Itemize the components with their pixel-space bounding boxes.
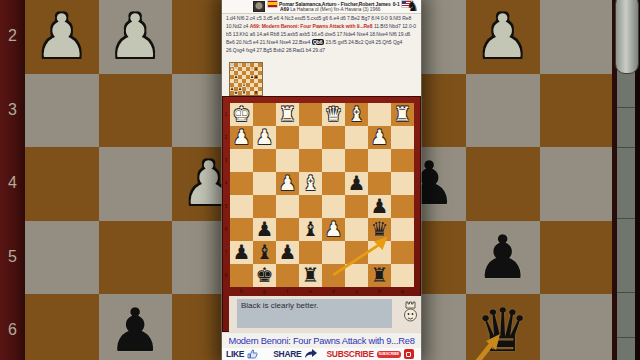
notation-pane[interactable]: 1.d4 Nf6 2.c4 c5 3.d5 e6 4.Nc3 exd5 5.cx… xyxy=(222,14,421,64)
square-f3[interactable] xyxy=(276,149,299,172)
thumb-piece: ♟ xyxy=(246,87,250,91)
rank-label: 2 xyxy=(222,126,230,149)
square-b4[interactable] xyxy=(368,172,391,195)
square-f2[interactable] xyxy=(276,126,299,149)
rank-label: 8 xyxy=(222,264,230,287)
background-square xyxy=(540,147,614,221)
square-d4[interactable] xyxy=(322,172,345,195)
thumb-piece: ♟ xyxy=(230,87,234,91)
file-label: g xyxy=(253,287,276,296)
square-b8[interactable] xyxy=(368,264,391,287)
square-b6[interactable] xyxy=(368,218,391,241)
square-e5[interactable] xyxy=(299,195,322,218)
square-f4[interactable] xyxy=(276,172,299,195)
square-e1[interactable] xyxy=(299,103,322,126)
subscribe-button[interactable]: SUBSCRIBE xyxy=(326,349,373,359)
share-button[interactable]: SHARE xyxy=(273,349,301,359)
game-result: 0-1 xyxy=(393,1,400,7)
background-square xyxy=(540,0,614,74)
square-e8[interactable] xyxy=(299,264,322,287)
thumb-piece: ♚ xyxy=(234,91,238,95)
thumb-piece: ♝ xyxy=(242,83,246,87)
thumb-piece: ♝ xyxy=(234,79,238,83)
rank-label: 6 xyxy=(222,218,230,241)
file-label: e xyxy=(299,287,322,296)
rank-label: 3 xyxy=(222,149,230,172)
square-d5[interactable] xyxy=(322,195,345,218)
background-square xyxy=(466,0,540,74)
current-move[interactable]: Qb6 xyxy=(312,39,325,45)
square-b3[interactable] xyxy=(368,149,391,172)
thumb-piece: ♟ xyxy=(234,67,238,71)
screenshot-stage: 23456 ♟♟♟♟♟♟♟♛ Pomar Salamanca,Arturo - … xyxy=(0,0,640,360)
thumb-piece: ♟ xyxy=(250,75,254,79)
background-rank-strip: 23456 xyxy=(0,0,25,360)
square-f5[interactable] xyxy=(276,195,299,218)
background-square xyxy=(99,294,173,360)
square-c5[interactable] xyxy=(345,195,368,218)
thumb-piece: ♜ xyxy=(254,91,258,95)
square-h1[interactable] xyxy=(230,103,253,126)
square-h3[interactable] xyxy=(230,149,253,172)
knight-icon: ♞ xyxy=(406,0,419,14)
square-h4[interactable] xyxy=(230,172,253,195)
square-c8[interactable] xyxy=(345,264,368,287)
square-h7[interactable] xyxy=(230,241,253,264)
background-square xyxy=(99,221,173,295)
square-a4[interactable] xyxy=(391,172,414,195)
square-g1[interactable] xyxy=(253,103,276,126)
background-square xyxy=(540,74,614,148)
square-e2[interactable] xyxy=(299,126,322,149)
square-d6[interactable] xyxy=(322,218,345,241)
square-b1[interactable] xyxy=(368,103,391,126)
square-g3[interactable] xyxy=(253,149,276,172)
like-button[interactable]: LIKE xyxy=(226,349,244,359)
scrollbar-seg xyxy=(617,147,635,148)
background-square xyxy=(466,221,540,295)
square-a3[interactable] xyxy=(391,149,414,172)
thumb-piece: ♟ xyxy=(238,87,242,91)
main-board: ♜♜♚♟♝♟♛♟♝♟♟♟♝♟♟♟♟♜♝♛♜♚ xyxy=(230,103,414,287)
file-label: d xyxy=(322,287,345,296)
scrollbar-seg xyxy=(617,292,635,293)
thumbnail-board: ♜♜♚♟♟♟♝♝♟♟♟♝♝♟♟♜♜♚ xyxy=(230,63,262,95)
square-a1[interactable] xyxy=(391,103,414,126)
background-scrollbar xyxy=(612,0,640,360)
square-a6[interactable] xyxy=(391,218,414,241)
square-e3[interactable] xyxy=(299,149,322,172)
thumb-piece: ♟ xyxy=(230,67,234,71)
scrollbar-seg xyxy=(617,107,635,108)
square-h8[interactable] xyxy=(230,264,253,287)
thumb-piece: ♝ xyxy=(254,67,258,71)
file-labels: hgfedcba xyxy=(230,287,414,296)
video-title-banner: Modern Benoni: Four Pawns Attack with 9.… xyxy=(222,332,421,349)
square-d3[interactable] xyxy=(322,149,345,172)
board-frame: 12345678 ♜♜♚♟♝♟♛♟♝♟♟♟♝♟♟♟♟♜♝♛♜♚ hgfedcba… xyxy=(222,96,421,332)
scrollbar-seg xyxy=(617,337,635,338)
square-a8[interactable] xyxy=(391,264,414,287)
opening-name[interactable]: A69: Modern Benoni: Four Pawns Attack wi… xyxy=(250,23,374,29)
background-square xyxy=(466,294,540,360)
square-c4[interactable] xyxy=(345,172,368,195)
square-g6[interactable] xyxy=(253,218,276,241)
square-a7[interactable] xyxy=(391,241,414,264)
event-name: La Habana ol (Men) fin-A Havana (3) 1966 xyxy=(289,7,381,12)
thumb-piece: ♟ xyxy=(234,75,238,79)
scrollbar-seg xyxy=(617,218,635,219)
square-e4[interactable] xyxy=(299,172,322,195)
background-square xyxy=(540,294,614,360)
square-d1[interactable] xyxy=(322,103,345,126)
background-rank-label: 2 xyxy=(0,27,25,45)
square-b2[interactable] xyxy=(368,126,391,149)
background-square xyxy=(25,147,99,221)
background-square xyxy=(99,147,173,221)
background-square xyxy=(540,221,614,295)
file-label: f xyxy=(276,287,299,296)
square-b7[interactable] xyxy=(368,241,391,264)
background-square xyxy=(466,74,540,148)
square-f7[interactable] xyxy=(276,241,299,264)
square-h6[interactable] xyxy=(230,218,253,241)
square-c6[interactable] xyxy=(345,218,368,241)
background-square xyxy=(99,0,173,74)
file-label: a xyxy=(391,287,414,296)
analysis-window: Pomar Salamanca,Arturo - Fischer,Robert … xyxy=(222,0,421,360)
square-e6[interactable] xyxy=(299,218,322,241)
thumb-piece: ♜ xyxy=(246,63,250,67)
background-square xyxy=(25,74,99,148)
square-b5[interactable] xyxy=(368,195,391,218)
chess-mascot-icon xyxy=(403,299,418,326)
subscribe-pill-button[interactable]: SUBSCRIBE xyxy=(377,351,401,358)
square-f1[interactable] xyxy=(276,103,299,126)
file-label: c xyxy=(345,287,368,296)
event-line: A69 La Habana ol (Men) fin-A Havana (3) … xyxy=(280,7,381,12)
file-label: h xyxy=(230,287,253,296)
background-square xyxy=(99,74,173,148)
share-arrow-icon[interactable] xyxy=(304,349,317,359)
rank-label: 1 xyxy=(222,103,230,126)
square-f8[interactable] xyxy=(276,264,299,287)
square-a2[interactable] xyxy=(391,126,414,149)
file-label: b xyxy=(368,287,391,296)
thumb-piece: ♜ xyxy=(238,63,242,67)
square-d7[interactable] xyxy=(322,241,345,264)
square-d2[interactable] xyxy=(322,126,345,149)
rank-label: 5 xyxy=(222,195,230,218)
square-d8[interactable] xyxy=(322,264,345,287)
youtube-icon[interactable] xyxy=(404,349,414,359)
comment-box[interactable]: Black is clearly better. xyxy=(237,299,392,328)
thumb-piece: ♚ xyxy=(230,63,234,67)
comment-zone: Black is clearly better. xyxy=(229,296,421,332)
background-square xyxy=(466,147,540,221)
square-g8[interactable] xyxy=(253,264,276,287)
square-c7[interactable] xyxy=(345,241,368,264)
thumb-piece: ♟ xyxy=(254,75,258,79)
background-rank-label: 6 xyxy=(0,321,25,339)
eco-code: A69 xyxy=(280,7,289,12)
square-g5[interactable] xyxy=(253,195,276,218)
action-bar: LIKE SHARE SUBSCRIBE SUBSCRIBE xyxy=(222,348,421,360)
background-square xyxy=(25,294,99,360)
rank-label: 7 xyxy=(222,241,230,264)
square-c2[interactable] xyxy=(345,126,368,149)
background-square xyxy=(25,221,99,295)
square-h2[interactable] xyxy=(230,126,253,149)
square-h5[interactable] xyxy=(230,195,253,218)
thumb-piece: ♝ xyxy=(250,67,254,71)
square-c1[interactable] xyxy=(345,103,368,126)
background-rank-label: 3 xyxy=(0,101,25,119)
square-e7[interactable] xyxy=(299,241,322,264)
square-g7[interactable] xyxy=(253,241,276,264)
thumbs-up-icon[interactable] xyxy=(247,349,258,359)
spain-flag-icon xyxy=(268,1,277,7)
background-rank-label: 4 xyxy=(0,174,25,192)
background-square xyxy=(25,0,99,74)
square-f6[interactable] xyxy=(276,218,299,241)
player-photo xyxy=(253,1,265,12)
square-g2[interactable] xyxy=(253,126,276,149)
game-header: Pomar Salamanca,Arturo - Fischer,Robert … xyxy=(222,0,421,14)
thumb-square xyxy=(258,91,262,95)
thumb-piece: ♜ xyxy=(242,91,246,95)
scrollbar-thumb[interactable] xyxy=(615,0,639,74)
square-a5[interactable] xyxy=(391,195,414,218)
rank-label: 4 xyxy=(222,172,230,195)
square-g4[interactable] xyxy=(253,172,276,195)
evaluation-comment: Black is clearly better. xyxy=(237,299,392,312)
background-rank-label: 5 xyxy=(0,248,25,266)
square-c3[interactable] xyxy=(345,149,368,172)
